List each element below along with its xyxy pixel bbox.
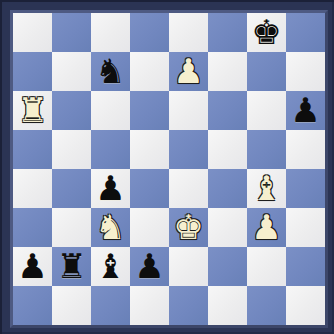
square-h1[interactable] bbox=[286, 286, 325, 325]
square-a7[interactable] bbox=[13, 52, 52, 91]
square-d8[interactable] bbox=[130, 13, 169, 52]
piece-white-rook[interactable]: ♜ bbox=[17, 91, 47, 130]
square-g4[interactable]: ♝ bbox=[247, 169, 286, 208]
square-h2[interactable] bbox=[286, 247, 325, 286]
square-f2[interactable] bbox=[208, 247, 247, 286]
square-a3[interactable] bbox=[13, 208, 52, 247]
square-g7[interactable] bbox=[247, 52, 286, 91]
piece-black-knight[interactable]: ♞ bbox=[95, 52, 125, 91]
square-c4[interactable]: ♟ bbox=[91, 169, 130, 208]
square-d6[interactable] bbox=[130, 91, 169, 130]
chess-board: ♚♞♟♜♟♟♝♞♚♟♟♜♝♟ bbox=[10, 10, 328, 328]
piece-black-bishop[interactable]: ♝ bbox=[95, 247, 125, 286]
board-frame: ♚♞♟♜♟♟♝♞♚♟♟♜♝♟ bbox=[0, 0, 334, 334]
square-e5[interactable] bbox=[169, 130, 208, 169]
square-g3[interactable]: ♟ bbox=[247, 208, 286, 247]
square-h3[interactable] bbox=[286, 208, 325, 247]
square-c1[interactable] bbox=[91, 286, 130, 325]
square-a8[interactable] bbox=[13, 13, 52, 52]
square-f8[interactable] bbox=[208, 13, 247, 52]
square-h7[interactable] bbox=[286, 52, 325, 91]
square-f5[interactable] bbox=[208, 130, 247, 169]
piece-white-king[interactable]: ♚ bbox=[173, 208, 203, 247]
square-b6[interactable] bbox=[52, 91, 91, 130]
square-f7[interactable] bbox=[208, 52, 247, 91]
piece-black-pawn[interactable]: ♟ bbox=[134, 247, 164, 286]
square-f1[interactable] bbox=[208, 286, 247, 325]
square-f3[interactable] bbox=[208, 208, 247, 247]
square-e1[interactable] bbox=[169, 286, 208, 325]
square-b4[interactable] bbox=[52, 169, 91, 208]
square-c7[interactable]: ♞ bbox=[91, 52, 130, 91]
piece-white-pawn[interactable]: ♟ bbox=[251, 208, 281, 247]
square-e3[interactable]: ♚ bbox=[169, 208, 208, 247]
piece-white-knight[interactable]: ♞ bbox=[95, 208, 125, 247]
square-b5[interactable] bbox=[52, 130, 91, 169]
square-d7[interactable] bbox=[130, 52, 169, 91]
square-d1[interactable] bbox=[130, 286, 169, 325]
square-g2[interactable] bbox=[247, 247, 286, 286]
square-d2[interactable]: ♟ bbox=[130, 247, 169, 286]
piece-black-rook[interactable]: ♜ bbox=[56, 247, 86, 286]
square-c8[interactable] bbox=[91, 13, 130, 52]
square-a5[interactable] bbox=[13, 130, 52, 169]
square-a2[interactable]: ♟ bbox=[13, 247, 52, 286]
square-g5[interactable] bbox=[247, 130, 286, 169]
square-e4[interactable] bbox=[169, 169, 208, 208]
square-f4[interactable] bbox=[208, 169, 247, 208]
square-b8[interactable] bbox=[52, 13, 91, 52]
square-g1[interactable] bbox=[247, 286, 286, 325]
square-c2[interactable]: ♝ bbox=[91, 247, 130, 286]
square-f6[interactable] bbox=[208, 91, 247, 130]
square-d5[interactable] bbox=[130, 130, 169, 169]
square-c6[interactable] bbox=[91, 91, 130, 130]
square-b1[interactable] bbox=[52, 286, 91, 325]
square-h5[interactable] bbox=[286, 130, 325, 169]
square-e2[interactable] bbox=[169, 247, 208, 286]
piece-black-pawn[interactable]: ♟ bbox=[17, 247, 47, 286]
piece-black-king[interactable]: ♚ bbox=[251, 13, 281, 52]
square-e6[interactable] bbox=[169, 91, 208, 130]
square-e8[interactable] bbox=[169, 13, 208, 52]
square-b7[interactable] bbox=[52, 52, 91, 91]
square-a6[interactable]: ♜ bbox=[13, 91, 52, 130]
square-h8[interactable] bbox=[286, 13, 325, 52]
square-d4[interactable] bbox=[130, 169, 169, 208]
square-e7[interactable]: ♟ bbox=[169, 52, 208, 91]
piece-black-pawn[interactable]: ♟ bbox=[95, 169, 125, 208]
piece-white-pawn[interactable]: ♟ bbox=[173, 52, 203, 91]
square-b2[interactable]: ♜ bbox=[52, 247, 91, 286]
piece-black-pawn[interactable]: ♟ bbox=[290, 91, 320, 130]
square-d3[interactable] bbox=[130, 208, 169, 247]
square-g8[interactable]: ♚ bbox=[247, 13, 286, 52]
square-c5[interactable] bbox=[91, 130, 130, 169]
square-h4[interactable] bbox=[286, 169, 325, 208]
square-g6[interactable] bbox=[247, 91, 286, 130]
square-a1[interactable] bbox=[13, 286, 52, 325]
square-h6[interactable]: ♟ bbox=[286, 91, 325, 130]
square-a4[interactable] bbox=[13, 169, 52, 208]
square-b3[interactable] bbox=[52, 208, 91, 247]
square-c3[interactable]: ♞ bbox=[91, 208, 130, 247]
piece-white-bishop[interactable]: ♝ bbox=[251, 169, 281, 208]
